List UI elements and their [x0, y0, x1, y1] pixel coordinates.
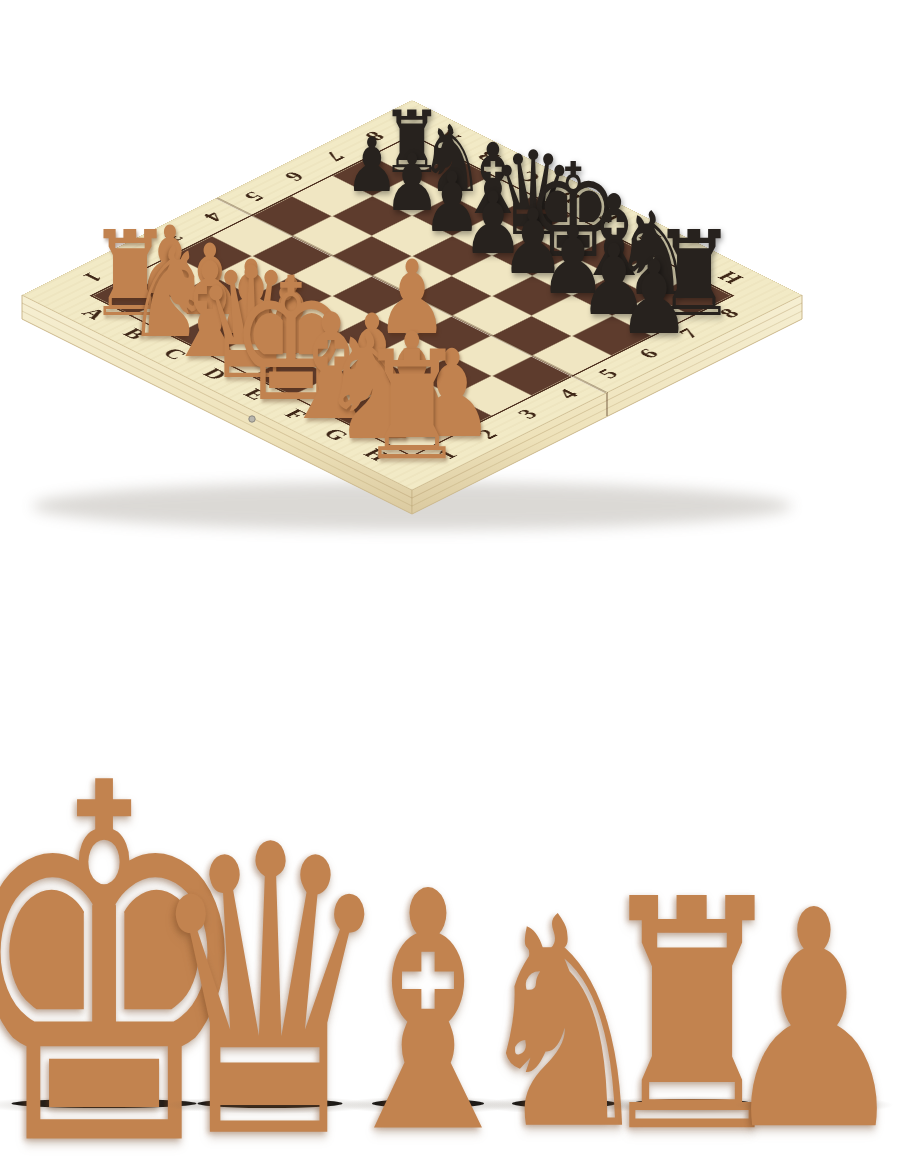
hinge-screw — [249, 416, 255, 422]
lineup-piece-pawn: ♟ — [720, 872, 900, 1172]
chess-set-product-photo: ABCDEFGH ABCDEFGH 87654321 87654321 ♜♞♝♛… — [0, 0, 900, 1174]
piece-lineup: ♚♛♝♞♜♟ — [0, 620, 900, 1174]
